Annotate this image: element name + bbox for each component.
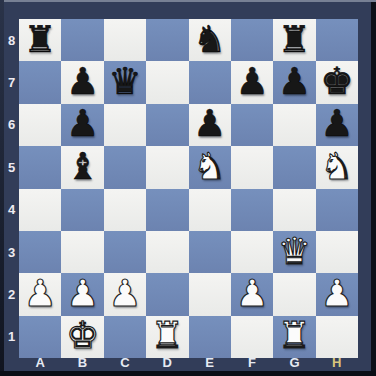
square-a5[interactable] <box>19 146 61 188</box>
piece-white-knight-h5: ♞ <box>320 148 353 185</box>
square-c7[interactable]: ♛ <box>104 61 146 103</box>
piece-white-pawn-f2: ♟ <box>235 275 268 312</box>
piece-black-king-h7: ♚ <box>320 63 353 100</box>
rank-labels: 87654321 <box>4 19 19 358</box>
square-d2[interactable] <box>146 273 188 315</box>
square-g3[interactable]: ♛ <box>273 231 315 273</box>
square-d7[interactable] <box>146 61 188 103</box>
frame-right-edge <box>371 2 376 376</box>
file-label-H: H <box>316 354 358 371</box>
square-f5[interactable] <box>231 146 273 188</box>
square-h8[interactable] <box>316 19 358 61</box>
file-label-D: D <box>146 354 188 371</box>
square-d6[interactable] <box>146 104 188 146</box>
square-g8[interactable]: ♜ <box>273 19 315 61</box>
square-c8[interactable] <box>104 19 146 61</box>
square-e4[interactable] <box>189 189 231 231</box>
square-e8[interactable]: ♞ <box>189 19 231 61</box>
square-e5[interactable]: ♞ <box>189 146 231 188</box>
square-c2[interactable]: ♟ <box>104 273 146 315</box>
square-a2[interactable]: ♟ <box>19 273 61 315</box>
piece-black-pawn-e6: ♟ <box>193 105 226 142</box>
chess-board-frame: 87654321 ♜♞♜♟♛♟♟♚♟♟♟♝♞♞♛♟♟♟♟♟♚♜♜ ABCDEFG… <box>0 0 376 376</box>
square-b4[interactable] <box>61 189 103 231</box>
piece-black-bishop-b5: ♝ <box>66 148 99 185</box>
file-label-A: A <box>19 354 61 371</box>
piece-black-pawn-h6: ♟ <box>320 105 353 142</box>
piece-white-pawn-c2: ♟ <box>108 275 141 312</box>
piece-white-king-b1: ♚ <box>66 317 99 354</box>
square-f3[interactable] <box>231 231 273 273</box>
piece-white-rook-g1: ♜ <box>278 317 311 354</box>
square-d1[interactable]: ♜ <box>146 316 188 358</box>
square-d3[interactable] <box>146 231 188 273</box>
rank-label-2: 2 <box>4 273 19 315</box>
square-g1[interactable]: ♜ <box>273 316 315 358</box>
piece-white-pawn-a2: ♟ <box>24 275 57 312</box>
square-c3[interactable] <box>104 231 146 273</box>
piece-white-rook-d1: ♜ <box>151 317 184 354</box>
square-a4[interactable] <box>19 189 61 231</box>
square-e2[interactable] <box>189 273 231 315</box>
square-h3[interactable] <box>316 231 358 273</box>
rank-label-4: 4 <box>4 189 19 231</box>
square-a7[interactable] <box>19 61 61 103</box>
square-b1[interactable]: ♚ <box>61 316 103 358</box>
square-f7[interactable]: ♟ <box>231 61 273 103</box>
square-f6[interactable] <box>231 104 273 146</box>
square-b3[interactable] <box>61 231 103 273</box>
square-b6[interactable]: ♟ <box>61 104 103 146</box>
square-g4[interactable] <box>273 189 315 231</box>
square-h5[interactable]: ♞ <box>316 146 358 188</box>
file-labels: ABCDEFGH <box>19 354 358 371</box>
file-label-B: B <box>61 354 103 371</box>
piece-black-knight-e8: ♞ <box>193 21 226 58</box>
rank-label-7: 7 <box>4 61 19 103</box>
square-g2[interactable] <box>273 273 315 315</box>
square-g5[interactable] <box>273 146 315 188</box>
square-b8[interactable] <box>61 19 103 61</box>
rank-label-5: 5 <box>4 146 19 188</box>
file-label-G: G <box>273 354 315 371</box>
square-e7[interactable] <box>189 61 231 103</box>
square-a6[interactable] <box>19 104 61 146</box>
square-e1[interactable] <box>189 316 231 358</box>
square-a8[interactable]: ♜ <box>19 19 61 61</box>
square-g6[interactable] <box>273 104 315 146</box>
square-d5[interactable] <box>146 146 188 188</box>
square-g7[interactable]: ♟ <box>273 61 315 103</box>
square-h2[interactable]: ♟ <box>316 273 358 315</box>
rank-label-3: 3 <box>4 231 19 273</box>
square-h4[interactable] <box>316 189 358 231</box>
square-c5[interactable] <box>104 146 146 188</box>
square-h1[interactable] <box>316 316 358 358</box>
piece-black-pawn-f7: ♟ <box>235 63 268 100</box>
square-f8[interactable] <box>231 19 273 61</box>
square-c4[interactable] <box>104 189 146 231</box>
piece-white-knight-e5: ♞ <box>193 148 226 185</box>
frame-bottom-edge <box>0 371 376 376</box>
square-d8[interactable] <box>146 19 188 61</box>
piece-black-pawn-g7: ♟ <box>278 63 311 100</box>
piece-white-pawn-h2: ♟ <box>320 275 353 312</box>
rank-label-1: 1 <box>4 316 19 358</box>
piece-black-rook-a8: ♜ <box>24 21 57 58</box>
square-c6[interactable] <box>104 104 146 146</box>
square-d4[interactable] <box>146 189 188 231</box>
piece-black-queen-c7: ♛ <box>108 63 141 100</box>
square-b2[interactable]: ♟ <box>61 273 103 315</box>
square-h7[interactable]: ♚ <box>316 61 358 103</box>
square-c1[interactable] <box>104 316 146 358</box>
piece-black-pawn-b7: ♟ <box>66 63 99 100</box>
square-a1[interactable] <box>19 316 61 358</box>
square-b5[interactable]: ♝ <box>61 146 103 188</box>
square-e3[interactable] <box>189 231 231 273</box>
chess-board: ♜♞♜♟♛♟♟♚♟♟♟♝♞♞♛♟♟♟♟♟♚♜♜ <box>19 19 358 358</box>
rank-label-6: 6 <box>4 104 19 146</box>
square-f4[interactable] <box>231 189 273 231</box>
square-b7[interactable]: ♟ <box>61 61 103 103</box>
piece-white-queen-g3: ♛ <box>278 233 311 270</box>
piece-black-pawn-b6: ♟ <box>66 105 99 142</box>
rank-label-8: 8 <box>4 19 19 61</box>
piece-white-pawn-b2: ♟ <box>66 275 99 312</box>
square-f1[interactable] <box>231 316 273 358</box>
square-h6[interactable]: ♟ <box>316 104 358 146</box>
file-label-C: C <box>104 354 146 371</box>
piece-black-rook-g8: ♜ <box>278 21 311 58</box>
square-f2[interactable]: ♟ <box>231 273 273 315</box>
square-e6[interactable]: ♟ <box>189 104 231 146</box>
file-label-E: E <box>189 354 231 371</box>
file-label-F: F <box>231 354 273 371</box>
frame-top-edge <box>0 0 376 2</box>
square-a3[interactable] <box>19 231 61 273</box>
